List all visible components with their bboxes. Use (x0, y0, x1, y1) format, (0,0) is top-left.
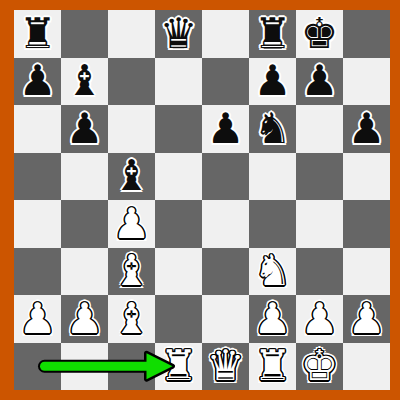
square-e5[interactable] (202, 153, 249, 201)
white-king[interactable]: ♚ (301, 345, 339, 387)
square-e7[interactable] (202, 58, 249, 106)
square-b6[interactable]: ♟ (61, 105, 108, 153)
square-e4[interactable] (202, 200, 249, 248)
black-king[interactable]: ♚ (301, 13, 339, 55)
white-knight[interactable]: ♞ (254, 250, 292, 292)
white-rook[interactable]: ♜ (254, 345, 292, 387)
chess-board[interactable]: ♜♛♜♚♟♝♟♟♟♟♞♟♝♟♝♞♟♟♝♟♟♟♜♛♜♚ (14, 10, 390, 390)
square-d4[interactable] (155, 200, 202, 248)
square-f7[interactable]: ♟ (249, 58, 296, 106)
square-g6[interactable] (296, 105, 343, 153)
square-c1[interactable] (108, 343, 155, 391)
square-g1[interactable]: ♚ (296, 343, 343, 391)
black-pawn[interactable]: ♟ (348, 108, 386, 150)
square-f4[interactable] (249, 200, 296, 248)
square-b8[interactable] (61, 10, 108, 58)
square-c3[interactable]: ♝ (108, 248, 155, 296)
white-rook[interactable]: ♜ (160, 345, 198, 387)
square-a3[interactable] (14, 248, 61, 296)
square-g5[interactable] (296, 153, 343, 201)
board-frame: ♜♛♜♚♟♝♟♟♟♟♞♟♝♟♝♞♟♟♝♟♟♟♜♛♜♚ (0, 0, 400, 400)
square-e8[interactable] (202, 10, 249, 58)
square-b1[interactable] (61, 343, 108, 391)
white-bishop[interactable]: ♝ (113, 298, 151, 340)
black-pawn[interactable]: ♟ (66, 108, 104, 150)
square-d5[interactable] (155, 153, 202, 201)
black-pawn[interactable]: ♟ (254, 60, 292, 102)
square-h3[interactable] (343, 248, 390, 296)
square-a8[interactable]: ♜ (14, 10, 61, 58)
white-pawn[interactable]: ♟ (348, 298, 386, 340)
black-rook[interactable]: ♜ (19, 13, 57, 55)
square-e1[interactable]: ♛ (202, 343, 249, 391)
square-a1[interactable] (14, 343, 61, 391)
square-d1[interactable]: ♜ (155, 343, 202, 391)
square-h6[interactable]: ♟ (343, 105, 390, 153)
white-bishop[interactable]: ♝ (113, 250, 151, 292)
square-a7[interactable]: ♟ (14, 58, 61, 106)
square-a4[interactable] (14, 200, 61, 248)
square-b4[interactable] (61, 200, 108, 248)
black-bishop[interactable]: ♝ (66, 60, 104, 102)
square-g7[interactable]: ♟ (296, 58, 343, 106)
square-d7[interactable] (155, 58, 202, 106)
square-d3[interactable] (155, 248, 202, 296)
square-d6[interactable] (155, 105, 202, 153)
square-g8[interactable]: ♚ (296, 10, 343, 58)
black-knight[interactable]: ♞ (254, 108, 292, 150)
square-c2[interactable]: ♝ (108, 295, 155, 343)
square-a2[interactable]: ♟ (14, 295, 61, 343)
square-f6[interactable]: ♞ (249, 105, 296, 153)
white-pawn[interactable]: ♟ (113, 203, 151, 245)
black-queen[interactable]: ♛ (160, 13, 198, 55)
black-bishop[interactable]: ♝ (113, 155, 151, 197)
white-pawn[interactable]: ♟ (19, 298, 57, 340)
square-d2[interactable] (155, 295, 202, 343)
square-d8[interactable]: ♛ (155, 10, 202, 58)
black-pawn[interactable]: ♟ (19, 60, 57, 102)
square-e6[interactable]: ♟ (202, 105, 249, 153)
square-g4[interactable] (296, 200, 343, 248)
square-g3[interactable] (296, 248, 343, 296)
square-b7[interactable]: ♝ (61, 58, 108, 106)
square-e2[interactable] (202, 295, 249, 343)
square-h5[interactable] (343, 153, 390, 201)
white-pawn[interactable]: ♟ (66, 298, 104, 340)
white-queen[interactable]: ♛ (207, 345, 245, 387)
square-c7[interactable] (108, 58, 155, 106)
square-h7[interactable] (343, 58, 390, 106)
square-e3[interactable] (202, 248, 249, 296)
square-f2[interactable]: ♟ (249, 295, 296, 343)
square-c4[interactable]: ♟ (108, 200, 155, 248)
square-a6[interactable] (14, 105, 61, 153)
square-c8[interactable] (108, 10, 155, 58)
white-pawn[interactable]: ♟ (301, 298, 339, 340)
square-b5[interactable] (61, 153, 108, 201)
square-h4[interactable] (343, 200, 390, 248)
square-f8[interactable]: ♜ (249, 10, 296, 58)
square-f1[interactable]: ♜ (249, 343, 296, 391)
square-c6[interactable] (108, 105, 155, 153)
square-h8[interactable] (343, 10, 390, 58)
square-b2[interactable]: ♟ (61, 295, 108, 343)
square-c5[interactable]: ♝ (108, 153, 155, 201)
square-b3[interactable] (61, 248, 108, 296)
black-pawn[interactable]: ♟ (301, 60, 339, 102)
black-rook[interactable]: ♜ (254, 13, 292, 55)
square-f5[interactable] (249, 153, 296, 201)
square-h2[interactable]: ♟ (343, 295, 390, 343)
white-pawn[interactable]: ♟ (254, 298, 292, 340)
square-h1[interactable] (343, 343, 390, 391)
square-a5[interactable] (14, 153, 61, 201)
square-g2[interactable]: ♟ (296, 295, 343, 343)
black-pawn[interactable]: ♟ (207, 108, 245, 150)
square-f3[interactable]: ♞ (249, 248, 296, 296)
